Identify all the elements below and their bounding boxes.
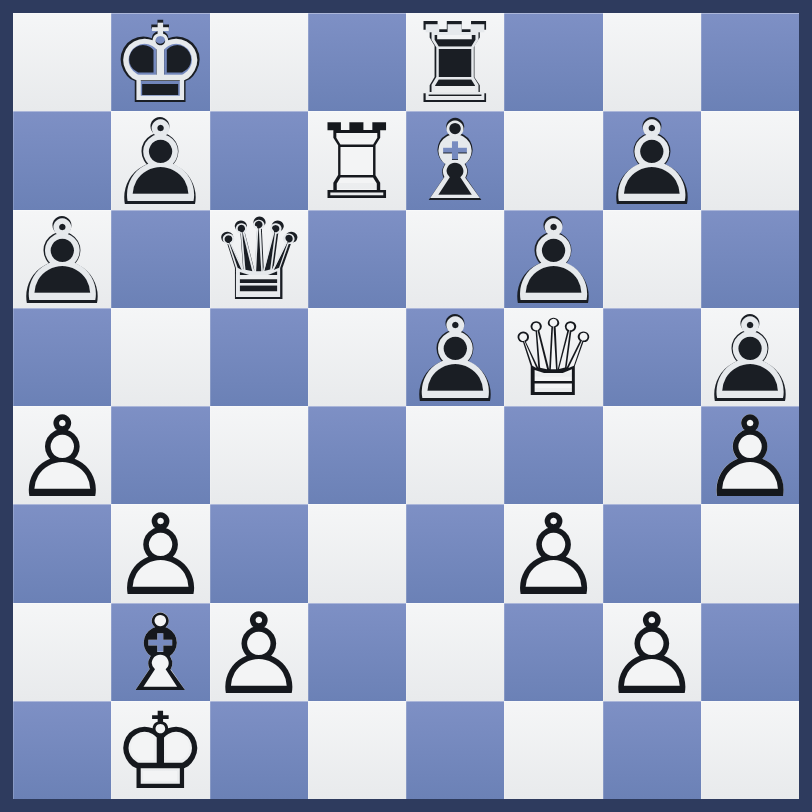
square-e3[interactable] <box>406 504 504 602</box>
white-pawn[interactable]: ♟♙ <box>13 406 111 504</box>
square-h3[interactable] <box>701 504 799 602</box>
black-pawn[interactable]: ♟♙ <box>111 111 209 209</box>
square-g5[interactable] <box>603 308 701 406</box>
white-bishop[interactable]: ♝♗ <box>111 603 209 701</box>
square-c1[interactable] <box>210 701 308 799</box>
square-b2[interactable]: ♝♗ <box>111 603 209 701</box>
square-f6[interactable]: ♟♙ <box>504 210 602 308</box>
square-c6[interactable]: ♛♕ <box>210 210 308 308</box>
square-d2[interactable] <box>308 603 406 701</box>
square-e7[interactable]: ♝♗ <box>406 111 504 209</box>
black-pawn[interactable]: ♟♙ <box>406 308 504 406</box>
square-e4[interactable] <box>406 406 504 504</box>
square-d3[interactable] <box>308 504 406 602</box>
square-g2[interactable]: ♟♙ <box>603 603 701 701</box>
square-a4[interactable]: ♟♙ <box>13 406 111 504</box>
square-f5[interactable]: ♛♕ <box>504 308 602 406</box>
piece-glyph-outline: ♙ <box>601 106 701 218</box>
black-queen[interactable]: ♛♕ <box>210 210 308 308</box>
square-e2[interactable] <box>406 603 504 701</box>
square-d7[interactable]: ♜♖ <box>308 111 406 209</box>
square-b1[interactable]: ♚♔ <box>111 701 209 799</box>
white-pawn[interactable]: ♟♙ <box>111 504 209 602</box>
piece-glyph-outline: ♙ <box>405 303 505 415</box>
piece-glyph-outline: ♙ <box>700 401 800 513</box>
square-f3[interactable]: ♟♙ <box>504 504 602 602</box>
piece-glyph-outline: ♕ <box>211 208 306 314</box>
square-d6[interactable] <box>308 210 406 308</box>
square-a1[interactable] <box>13 701 111 799</box>
square-b6[interactable] <box>111 210 209 308</box>
square-a6[interactable]: ♟♙ <box>13 210 111 308</box>
white-pawn[interactable]: ♟♙ <box>504 504 602 602</box>
square-b3[interactable]: ♟♙ <box>111 504 209 602</box>
square-g6[interactable] <box>603 210 701 308</box>
piece-glyph-outline: ♗ <box>408 109 503 215</box>
white-pawn[interactable]: ♟♙ <box>701 406 799 504</box>
square-e1[interactable] <box>406 701 504 799</box>
white-queen[interactable]: ♛♕ <box>504 308 602 406</box>
square-f8[interactable] <box>504 13 602 111</box>
square-h4[interactable]: ♟♙ <box>701 406 799 504</box>
square-f2[interactable] <box>504 603 602 701</box>
black-pawn[interactable]: ♟♙ <box>504 210 602 308</box>
white-pawn[interactable]: ♟♙ <box>603 603 701 701</box>
piece-glyph-outline: ♖ <box>310 110 403 214</box>
square-d1[interactable] <box>308 701 406 799</box>
square-e5[interactable]: ♟♙ <box>406 308 504 406</box>
square-g1[interactable] <box>603 701 701 799</box>
square-a2[interactable] <box>13 603 111 701</box>
square-d5[interactable] <box>308 308 406 406</box>
square-g7[interactable]: ♟♙ <box>603 111 701 209</box>
square-h2[interactable] <box>701 603 799 701</box>
square-b7[interactable]: ♟♙ <box>111 111 209 209</box>
black-bishop[interactable]: ♝♗ <box>406 111 504 209</box>
square-c5[interactable] <box>210 308 308 406</box>
piece-glyph-outline: ♙ <box>208 598 308 710</box>
black-pawn[interactable]: ♟♙ <box>603 111 701 209</box>
piece-glyph-outline: ♙ <box>601 598 701 710</box>
square-c4[interactable] <box>210 406 308 504</box>
square-a8[interactable] <box>13 13 111 111</box>
square-h8[interactable] <box>701 13 799 111</box>
piece-glyph-outline: ♙ <box>503 499 603 611</box>
square-b5[interactable] <box>111 308 209 406</box>
square-f1[interactable] <box>504 701 602 799</box>
square-d4[interactable] <box>308 406 406 504</box>
piece-glyph-outline: ♙ <box>12 205 112 317</box>
chess-board: ♚♔♜♖♟♙♜♖♝♗♟♙♟♙♛♕♟♙♟♙♛♕♟♙♟♙♟♙♟♙♟♙♝♗♟♙♟♙♚♔ <box>13 13 799 799</box>
square-d8[interactable] <box>308 13 406 111</box>
white-rook[interactable]: ♜♖ <box>308 111 406 209</box>
square-g4[interactable] <box>603 406 701 504</box>
piece-glyph-outline: ♔ <box>113 699 208 805</box>
piece-glyph-outline: ♙ <box>12 401 112 513</box>
square-c8[interactable] <box>210 13 308 111</box>
square-h1[interactable] <box>701 701 799 799</box>
board-frame: ♚♔♜♖♟♙♜♖♝♗♟♙♟♙♛♕♟♙♟♙♛♕♟♙♟♙♟♙♟♙♟♙♝♗♟♙♟♙♚♔ <box>0 0 812 812</box>
white-king[interactable]: ♚♔ <box>111 701 209 799</box>
square-a3[interactable] <box>13 504 111 602</box>
square-h7[interactable] <box>701 111 799 209</box>
black-pawn[interactable]: ♟♙ <box>13 210 111 308</box>
square-c2[interactable]: ♟♙ <box>210 603 308 701</box>
piece-glyph-outline: ♙ <box>110 106 210 218</box>
piece-glyph-outline: ♕ <box>506 306 601 412</box>
white-pawn[interactable]: ♟♙ <box>210 603 308 701</box>
